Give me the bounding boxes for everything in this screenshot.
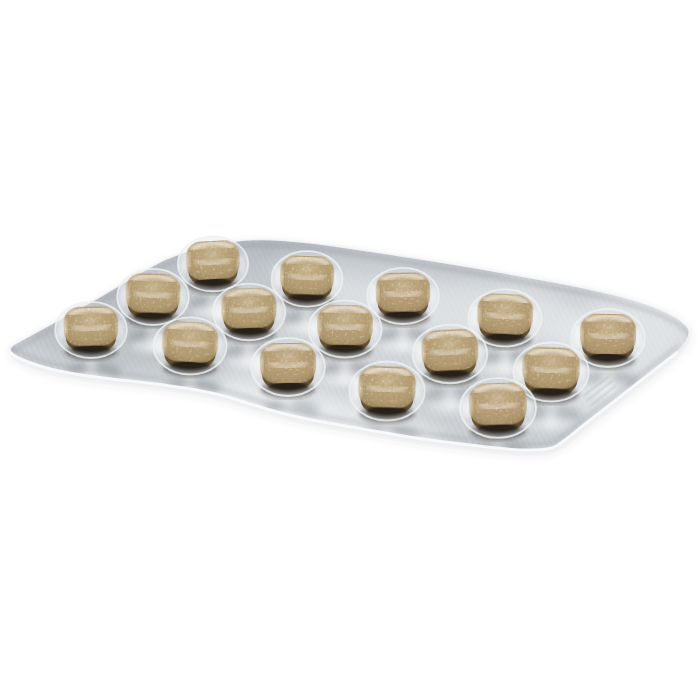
tablet-r3c1 [55,302,127,360]
reflection-glow [529,416,574,430]
tablet-r3c2 [153,317,226,376]
photo-canvas: Silver-grey blister pack, viewed at an a… [0,0,700,700]
tablet-r3c4 [349,361,424,422]
tablet-r3c3 [251,338,325,398]
tablet-r3c5 [460,378,536,440]
tablet-r2c4 [413,325,488,386]
reflection-glow [475,452,520,466]
blister-pack-photo: Silver-grey blister pack, viewed at an a… [0,0,700,700]
